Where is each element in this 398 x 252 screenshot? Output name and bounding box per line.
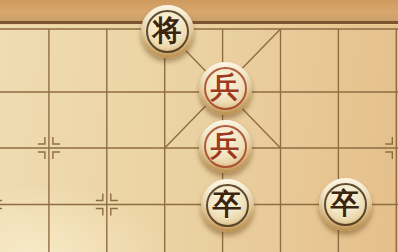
piece-character: 兵 — [199, 61, 252, 114]
xiangqi-board: 将兵兵卒卒 — [0, 0, 398, 252]
pieces-layer: 将兵兵卒卒 — [0, 0, 398, 252]
piece-black-soldier-2[interactable]: 卒 — [319, 178, 372, 231]
piece-character: 卒 — [201, 178, 254, 231]
piece-black-general[interactable]: 将 — [141, 5, 194, 58]
piece-character: 兵 — [199, 119, 252, 172]
piece-red-soldier-2[interactable]: 兵 — [199, 120, 252, 173]
piece-character: 将 — [141, 4, 194, 57]
piece-black-soldier-1[interactable]: 卒 — [201, 179, 254, 232]
piece-red-soldier-1[interactable]: 兵 — [199, 62, 252, 115]
piece-character: 卒 — [319, 177, 372, 230]
